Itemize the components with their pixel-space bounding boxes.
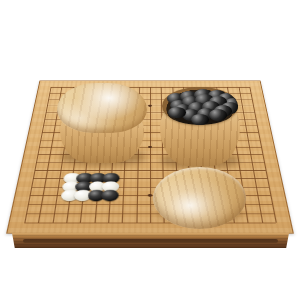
intersection[interactable] xyxy=(240,218,255,227)
intersection[interactable] xyxy=(264,200,279,209)
closed-white-stone-bowl[interactable] xyxy=(57,83,147,163)
intersection[interactable] xyxy=(130,191,144,200)
intersection[interactable] xyxy=(89,200,103,209)
intersection[interactable] xyxy=(253,136,267,143)
intersection[interactable] xyxy=(266,209,282,218)
intersection[interactable] xyxy=(45,218,60,227)
intersection[interactable] xyxy=(257,158,271,166)
intersection[interactable] xyxy=(254,143,268,150)
intersection[interactable] xyxy=(156,166,169,174)
intersection[interactable] xyxy=(115,209,129,218)
bowl-lid-on-board[interactable] xyxy=(153,167,246,229)
intersection[interactable] xyxy=(130,174,143,182)
intersection[interactable] xyxy=(130,182,143,190)
intersection[interactable] xyxy=(268,218,284,227)
intersection[interactable] xyxy=(61,200,76,209)
bowl-opening xyxy=(162,87,238,125)
go-board xyxy=(6,81,294,234)
intersection[interactable] xyxy=(60,209,75,218)
intersection[interactable] xyxy=(129,209,143,218)
intersection[interactable] xyxy=(144,166,157,174)
intersection[interactable] xyxy=(88,209,103,218)
intersection[interactable] xyxy=(260,174,275,182)
intersection[interactable] xyxy=(53,166,67,174)
intersection[interactable] xyxy=(75,200,90,209)
intersection[interactable] xyxy=(118,166,131,174)
open-black-stone-bowl[interactable] xyxy=(157,86,243,166)
intersection[interactable] xyxy=(258,166,272,174)
intersection[interactable] xyxy=(116,200,130,209)
intersection[interactable] xyxy=(73,218,88,227)
black-stone-in-bowl xyxy=(209,109,227,121)
board-front-edge xyxy=(12,233,289,248)
intersection[interactable] xyxy=(233,166,247,174)
intersection[interactable] xyxy=(59,218,74,227)
intersection[interactable] xyxy=(130,200,144,209)
intersection[interactable] xyxy=(117,174,130,182)
intersection[interactable] xyxy=(115,218,129,227)
black-stone-in-bowl xyxy=(191,114,209,126)
bowl-lid xyxy=(57,83,147,133)
intersection[interactable] xyxy=(251,129,264,136)
intersection[interactable] xyxy=(117,182,131,190)
intersection[interactable] xyxy=(87,218,102,227)
intersection[interactable] xyxy=(263,191,278,200)
intersection[interactable] xyxy=(261,182,276,190)
board-surface xyxy=(6,81,294,234)
intersection[interactable] xyxy=(131,166,144,174)
intersection[interactable] xyxy=(249,115,262,122)
intersection[interactable] xyxy=(255,151,269,159)
intersection[interactable] xyxy=(102,209,116,218)
intersection[interactable] xyxy=(116,191,130,200)
intersection[interactable] xyxy=(143,174,156,182)
intersection[interactable] xyxy=(101,218,116,227)
intersection[interactable] xyxy=(74,209,89,218)
intersection[interactable] xyxy=(103,191,117,200)
intersection[interactable] xyxy=(143,209,157,218)
intersection[interactable] xyxy=(143,218,157,227)
intersection[interactable] xyxy=(129,218,143,227)
board-edge-groove xyxy=(23,239,278,243)
intersection[interactable] xyxy=(250,122,263,129)
intersection[interactable] xyxy=(48,200,63,209)
intersection[interactable] xyxy=(102,200,116,209)
photo-canvas xyxy=(0,0,300,300)
intersection[interactable] xyxy=(46,209,61,218)
